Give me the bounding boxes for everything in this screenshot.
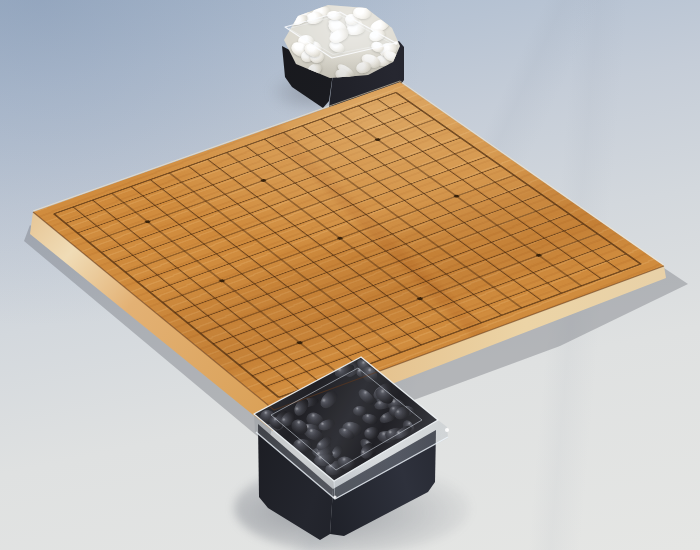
go-board-scene <box>0 0 700 550</box>
